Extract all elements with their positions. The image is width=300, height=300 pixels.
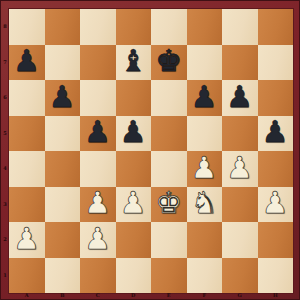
square-h7[interactable]	[258, 45, 294, 81]
square-c8[interactable]	[80, 9, 116, 45]
square-e1[interactable]	[151, 258, 187, 294]
square-b5[interactable]	[45, 116, 81, 152]
square-e5[interactable]	[151, 116, 187, 152]
file-label-c: C	[80, 291, 116, 299]
square-f1[interactable]	[187, 258, 223, 294]
square-c2[interactable]: ♟	[80, 222, 116, 258]
square-c7[interactable]	[80, 45, 116, 81]
square-e3[interactable]: ♚	[151, 187, 187, 223]
square-b7[interactable]	[45, 45, 81, 81]
rank-label-2: 2	[1, 237, 9, 242]
black-king[interactable]: ♚	[155, 46, 182, 76]
square-b1[interactable]	[45, 258, 81, 294]
square-d1[interactable]	[116, 258, 152, 294]
square-h4[interactable]	[258, 151, 294, 187]
square-d7[interactable]: ♝	[116, 45, 152, 81]
square-h3[interactable]: ♟	[258, 187, 294, 223]
square-h5[interactable]: ♟	[258, 116, 294, 152]
square-b3[interactable]	[45, 187, 81, 223]
square-c6[interactable]	[80, 80, 116, 116]
square-a4[interactable]	[9, 151, 45, 187]
white-pawn[interactable]: ♟	[13, 224, 40, 254]
square-a6[interactable]	[9, 80, 45, 116]
square-c1[interactable]	[80, 258, 116, 294]
file-label-d: D	[116, 291, 152, 299]
square-h2[interactable]	[258, 222, 294, 258]
square-a2[interactable]: ♟	[9, 222, 45, 258]
file-label-b: B	[45, 291, 81, 299]
black-pawn[interactable]: ♟	[49, 82, 76, 112]
rank-label-7: 7	[1, 60, 9, 65]
square-c5[interactable]: ♟	[80, 116, 116, 152]
square-h1[interactable]	[258, 258, 294, 294]
square-b6[interactable]: ♟	[45, 80, 81, 116]
square-d2[interactable]	[116, 222, 152, 258]
white-pawn[interactable]: ♟	[262, 188, 289, 218]
black-pawn[interactable]: ♟	[13, 46, 40, 76]
file-label-g: G	[222, 291, 258, 299]
square-g3[interactable]	[222, 187, 258, 223]
square-f5[interactable]	[187, 116, 223, 152]
square-g7[interactable]	[222, 45, 258, 81]
square-e8[interactable]	[151, 9, 187, 45]
rank-label-6: 6	[1, 95, 9, 100]
black-pawn[interactable]: ♟	[191, 82, 218, 112]
rank-label-4: 4	[1, 166, 9, 171]
square-f4[interactable]: ♟	[187, 151, 223, 187]
rank-label-1: 1	[1, 273, 9, 278]
white-pawn[interactable]: ♟	[84, 224, 111, 254]
black-pawn[interactable]: ♟	[84, 117, 111, 147]
square-a7[interactable]: ♟	[9, 45, 45, 81]
black-pawn[interactable]: ♟	[120, 117, 147, 147]
chess-board-frame: ♟♝♚♟♟♟♟♟♟♟♟♟♟♚♞♟♟♟ 87654321ABCDEFGH	[0, 0, 300, 300]
square-e6[interactable]	[151, 80, 187, 116]
square-c3[interactable]: ♟	[80, 187, 116, 223]
square-b2[interactable]	[45, 222, 81, 258]
square-g8[interactable]	[222, 9, 258, 45]
square-e2[interactable]	[151, 222, 187, 258]
square-d5[interactable]: ♟	[116, 116, 152, 152]
square-g1[interactable]	[222, 258, 258, 294]
file-label-f: F	[187, 291, 223, 299]
square-d4[interactable]	[116, 151, 152, 187]
square-e7[interactable]: ♚	[151, 45, 187, 81]
square-a5[interactable]	[9, 116, 45, 152]
square-g2[interactable]	[222, 222, 258, 258]
square-f3[interactable]: ♞	[187, 187, 223, 223]
square-c4[interactable]	[80, 151, 116, 187]
square-b4[interactable]	[45, 151, 81, 187]
rank-label-5: 5	[1, 131, 9, 136]
black-bishop[interactable]: ♝	[120, 46, 147, 76]
square-f6[interactable]: ♟	[187, 80, 223, 116]
black-pawn[interactable]: ♟	[226, 82, 253, 112]
black-pawn[interactable]: ♟	[262, 117, 289, 147]
white-pawn[interactable]: ♟	[120, 188, 147, 218]
white-king[interactable]: ♚	[155, 188, 182, 218]
white-knight[interactable]: ♞	[191, 188, 218, 218]
square-b8[interactable]	[45, 9, 81, 45]
square-d3[interactable]: ♟	[116, 187, 152, 223]
square-f8[interactable]	[187, 9, 223, 45]
file-label-h: H	[258, 291, 294, 299]
square-g5[interactable]	[222, 116, 258, 152]
chess-board: ♟♝♚♟♟♟♟♟♟♟♟♟♟♚♞♟♟♟	[9, 9, 293, 293]
rank-label-3: 3	[1, 202, 9, 207]
square-e4[interactable]	[151, 151, 187, 187]
square-d6[interactable]	[116, 80, 152, 116]
square-h6[interactable]	[258, 80, 294, 116]
square-f7[interactable]	[187, 45, 223, 81]
square-a1[interactable]	[9, 258, 45, 294]
square-h8[interactable]	[258, 9, 294, 45]
square-g4[interactable]: ♟	[222, 151, 258, 187]
square-f2[interactable]	[187, 222, 223, 258]
square-d8[interactable]	[116, 9, 152, 45]
square-a8[interactable]	[9, 9, 45, 45]
file-label-e: E	[151, 291, 187, 299]
square-a3[interactable]	[9, 187, 45, 223]
square-g6[interactable]: ♟	[222, 80, 258, 116]
white-pawn[interactable]: ♟	[226, 153, 253, 183]
white-pawn[interactable]: ♟	[84, 188, 111, 218]
white-pawn[interactable]: ♟	[191, 153, 218, 183]
file-label-a: A	[9, 291, 45, 299]
rank-label-8: 8	[1, 24, 9, 29]
